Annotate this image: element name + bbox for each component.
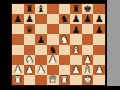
square-g7[interactable]: ♟ xyxy=(82,14,94,24)
square-d6[interactable] xyxy=(47,24,59,34)
square-h2[interactable]: ♟ xyxy=(93,65,105,75)
square-f3[interactable] xyxy=(70,55,82,65)
black-bishop[interactable]: ♝ xyxy=(37,4,46,13)
square-e5[interactable]: ♞ xyxy=(59,34,71,44)
square-b5[interactable] xyxy=(24,34,36,44)
square-c2[interactable]: ♟ xyxy=(35,65,47,75)
square-d1[interactable]: ♛ xyxy=(47,75,59,85)
square-c1[interactable] xyxy=(35,75,47,85)
black-queen[interactable]: ♛ xyxy=(25,24,34,33)
black-knight[interactable]: ♞ xyxy=(60,14,69,23)
black-rook[interactable]: ♜ xyxy=(72,4,81,13)
black-pawn[interactable]: ♟ xyxy=(83,14,92,23)
square-e8[interactable] xyxy=(59,4,71,14)
square-h3[interactable] xyxy=(93,55,105,65)
letterbox-right-bar xyxy=(107,0,120,86)
square-h6[interactable]: ♟ xyxy=(93,24,105,34)
square-b1[interactable] xyxy=(24,75,36,85)
white-pawn[interactable]: ♟ xyxy=(37,65,46,74)
square-a6[interactable] xyxy=(12,24,24,34)
black-knight[interactable]: ♞ xyxy=(48,45,57,54)
square-b7[interactable]: ♟ xyxy=(24,14,36,24)
white-pawn[interactable]: ♟ xyxy=(25,65,34,74)
square-f4[interactable]: ♝ xyxy=(70,45,82,55)
square-d7[interactable] xyxy=(47,14,59,24)
white-queen[interactable]: ♛ xyxy=(48,75,57,84)
square-g8[interactable]: ♚ xyxy=(82,4,94,14)
square-d3[interactable]: ♟ xyxy=(47,55,59,65)
white-bishop[interactable]: ♝ xyxy=(83,65,92,74)
white-knight[interactable]: ♞ xyxy=(25,55,34,64)
square-c6[interactable] xyxy=(35,24,47,34)
square-g6[interactable] xyxy=(82,24,94,34)
square-f8[interactable]: ♜ xyxy=(70,4,82,14)
black-pawn[interactable]: ♟ xyxy=(72,14,81,23)
black-pawn[interactable]: ♟ xyxy=(95,24,104,33)
square-e7[interactable]: ♞ xyxy=(59,14,71,24)
square-g2[interactable]: ♝ xyxy=(82,65,94,75)
square-f2[interactable]: ♟ xyxy=(70,65,82,75)
square-a8[interactable] xyxy=(12,4,24,14)
square-e2[interactable] xyxy=(59,65,71,75)
square-c5[interactable]: ♟ xyxy=(35,34,47,44)
square-a1[interactable]: ♜ xyxy=(12,75,24,85)
square-g1[interactable]: ♚ xyxy=(82,75,94,85)
square-h4[interactable] xyxy=(93,45,105,55)
black-king[interactable]: ♚ xyxy=(83,4,92,13)
white-king[interactable]: ♚ xyxy=(83,75,92,84)
square-a7[interactable]: ♟ xyxy=(12,14,24,24)
square-a2[interactable]: ♟ xyxy=(12,65,24,75)
square-a3[interactable] xyxy=(12,55,24,65)
square-h1[interactable] xyxy=(93,75,105,85)
square-d8[interactable] xyxy=(47,4,59,14)
white-bishop[interactable]: ♝ xyxy=(72,45,81,54)
square-g4[interactable] xyxy=(82,45,94,55)
square-d5[interactable] xyxy=(47,34,59,44)
white-pawn[interactable]: ♟ xyxy=(48,55,57,64)
white-pawn[interactable]: ♟ xyxy=(14,65,23,74)
square-c7[interactable] xyxy=(35,14,47,24)
black-pawn[interactable]: ♟ xyxy=(37,34,46,43)
square-b6[interactable]: ♛ xyxy=(24,24,36,34)
white-knight[interactable]: ♞ xyxy=(60,34,69,43)
square-c8[interactable]: ♝ xyxy=(35,4,47,14)
white-pawn[interactable]: ♟ xyxy=(95,65,104,74)
square-b4[interactable] xyxy=(24,45,36,55)
square-f5[interactable] xyxy=(70,34,82,44)
screenshot-frame: ♜♝♜♚♟♟♞♟♟♟♛♟♟♟♞♞♝♞♟♟♟♟♟♟♝♟♜♛♜♚ xyxy=(0,0,120,90)
white-pawn[interactable]: ♟ xyxy=(83,55,92,64)
square-e1[interactable]: ♜ xyxy=(59,75,71,85)
chess-board-frame: ♜♝♜♚♟♟♞♟♟♟♛♟♟♟♞♞♝♞♟♟♟♟♟♟♝♟♜♛♜♚ xyxy=(11,3,106,86)
black-pawn[interactable]: ♟ xyxy=(25,14,34,23)
square-g5[interactable] xyxy=(82,34,94,44)
square-c4[interactable] xyxy=(35,45,47,55)
white-rook[interactable]: ♜ xyxy=(14,75,23,84)
square-h5[interactable] xyxy=(93,34,105,44)
square-e4[interactable] xyxy=(59,45,71,55)
square-b2[interactable]: ♟ xyxy=(24,65,36,75)
black-pawn[interactable]: ♟ xyxy=(95,14,104,23)
black-pawn[interactable]: ♟ xyxy=(72,24,81,33)
square-b3[interactable]: ♞ xyxy=(24,55,36,65)
square-b8[interactable]: ♜ xyxy=(24,4,36,14)
square-f7[interactable]: ♟ xyxy=(70,14,82,24)
square-d4[interactable]: ♞ xyxy=(47,45,59,55)
square-a4[interactable] xyxy=(12,45,24,55)
square-f6[interactable]: ♟ xyxy=(70,24,82,34)
square-d2[interactable] xyxy=(47,65,59,75)
black-rook[interactable]: ♜ xyxy=(25,4,34,13)
square-c3[interactable] xyxy=(35,55,47,65)
square-e6[interactable] xyxy=(59,24,71,34)
square-g3[interactable]: ♟ xyxy=(82,55,94,65)
white-pawn[interactable]: ♟ xyxy=(72,65,81,74)
square-h8[interactable] xyxy=(93,4,105,14)
square-h7[interactable]: ♟ xyxy=(93,14,105,24)
chess-board[interactable]: ♜♝♜♚♟♟♞♟♟♟♛♟♟♟♞♞♝♞♟♟♟♟♟♟♝♟♜♛♜♚ xyxy=(12,4,105,85)
square-f1[interactable] xyxy=(70,75,82,85)
square-a5[interactable] xyxy=(12,34,24,44)
black-pawn[interactable]: ♟ xyxy=(14,14,23,23)
white-rook[interactable]: ♜ xyxy=(60,75,69,84)
square-e3[interactable] xyxy=(59,55,71,65)
